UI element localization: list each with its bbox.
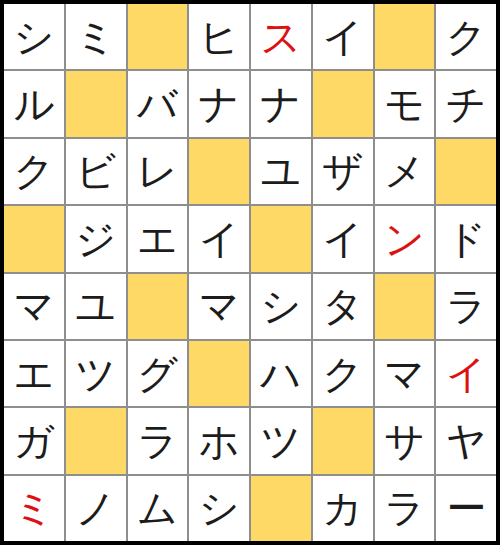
- block-cell-r4c5: [251, 206, 311, 271]
- letter-cell-r3c3[interactable]: レ: [128, 139, 188, 204]
- block-cell-r6c4: [189, 341, 249, 406]
- letter-cell-r2c4[interactable]: ナ: [189, 71, 249, 136]
- letter-cell-r6c6[interactable]: ク: [313, 341, 373, 406]
- letter-cell-r7c1[interactable]: ガ: [4, 408, 64, 473]
- letter-cell-r5c2[interactable]: ユ: [66, 274, 126, 339]
- letter-cell-r8c4[interactable]: シ: [189, 476, 249, 541]
- letter-cell-r5c1[interactable]: マ: [4, 274, 64, 339]
- letter-cell-r5c6[interactable]: タ: [313, 274, 373, 339]
- crossword-puzzle: シミヒスイクルバナナモチクビレユザメジエイインドマユマシタラエツグハクマイガラホ…: [0, 0, 500, 545]
- block-cell-r8c5: [251, 476, 311, 541]
- letter-cell-r6c8[interactable]: イ: [436, 341, 496, 406]
- letter-cell-r4c3[interactable]: エ: [128, 206, 188, 271]
- letter-cell-r4c8[interactable]: ド: [436, 206, 496, 271]
- letter-cell-r8c3[interactable]: ム: [128, 476, 188, 541]
- letter-cell-r5c8[interactable]: ラ: [436, 274, 496, 339]
- block-cell-r4c1: [4, 206, 64, 271]
- letter-cell-r2c1[interactable]: ル: [4, 71, 64, 136]
- letter-cell-r1c1[interactable]: シ: [4, 4, 64, 69]
- letter-cell-r1c4[interactable]: ヒ: [189, 4, 249, 69]
- letter-cell-r7c7[interactable]: サ: [375, 408, 435, 473]
- letter-cell-r8c1[interactable]: ミ: [4, 476, 64, 541]
- letter-cell-r2c8[interactable]: チ: [436, 71, 496, 136]
- letter-cell-r3c1[interactable]: ク: [4, 139, 64, 204]
- letter-cell-r3c7[interactable]: メ: [375, 139, 435, 204]
- letter-cell-r5c5[interactable]: シ: [251, 274, 311, 339]
- letter-cell-r6c1[interactable]: エ: [4, 341, 64, 406]
- letter-cell-r4c4[interactable]: イ: [189, 206, 249, 271]
- letter-cell-r6c3[interactable]: グ: [128, 341, 188, 406]
- letter-cell-r6c5[interactable]: ハ: [251, 341, 311, 406]
- letter-cell-r4c6[interactable]: イ: [313, 206, 373, 271]
- letter-cell-r6c7[interactable]: マ: [375, 341, 435, 406]
- block-cell-r3c4: [189, 139, 249, 204]
- crossword-board: シミヒスイクルバナナモチクビレユザメジエイインドマユマシタラエツグハクマイガラホ…: [0, 0, 500, 545]
- block-cell-r7c2: [66, 408, 126, 473]
- block-cell-r7c6: [313, 408, 373, 473]
- letter-cell-r1c6[interactable]: イ: [313, 4, 373, 69]
- block-cell-r1c7: [375, 4, 435, 69]
- letter-cell-r4c2[interactable]: ジ: [66, 206, 126, 271]
- letter-cell-r8c2[interactable]: ノ: [66, 476, 126, 541]
- letter-cell-r1c2[interactable]: ミ: [66, 4, 126, 69]
- letter-cell-r7c5[interactable]: ツ: [251, 408, 311, 473]
- letter-cell-r2c5[interactable]: ナ: [251, 71, 311, 136]
- letter-cell-r1c8[interactable]: ク: [436, 4, 496, 69]
- letter-cell-r7c8[interactable]: ヤ: [436, 408, 496, 473]
- block-cell-r2c2: [66, 71, 126, 136]
- letter-cell-r5c4[interactable]: マ: [189, 274, 249, 339]
- letter-cell-r1c5[interactable]: ス: [251, 4, 311, 69]
- letter-cell-r6c2[interactable]: ツ: [66, 341, 126, 406]
- block-cell-r5c3: [128, 274, 188, 339]
- block-cell-r2c6: [313, 71, 373, 136]
- block-cell-r5c7: [375, 274, 435, 339]
- letter-cell-r3c6[interactable]: ザ: [313, 139, 373, 204]
- letter-cell-r2c7[interactable]: モ: [375, 71, 435, 136]
- block-cell-r1c3: [128, 4, 188, 69]
- block-cell-r3c8: [436, 139, 496, 204]
- letter-cell-r4c7[interactable]: ン: [375, 206, 435, 271]
- letter-cell-r8c8[interactable]: ー: [436, 476, 496, 541]
- letter-cell-r2c3[interactable]: バ: [128, 71, 188, 136]
- letter-cell-r8c7[interactable]: ラ: [375, 476, 435, 541]
- letter-cell-r7c3[interactable]: ラ: [128, 408, 188, 473]
- letter-cell-r7c4[interactable]: ホ: [189, 408, 249, 473]
- letter-cell-r3c5[interactable]: ユ: [251, 139, 311, 204]
- letter-cell-r3c2[interactable]: ビ: [66, 139, 126, 204]
- letter-cell-r8c6[interactable]: カ: [313, 476, 373, 541]
